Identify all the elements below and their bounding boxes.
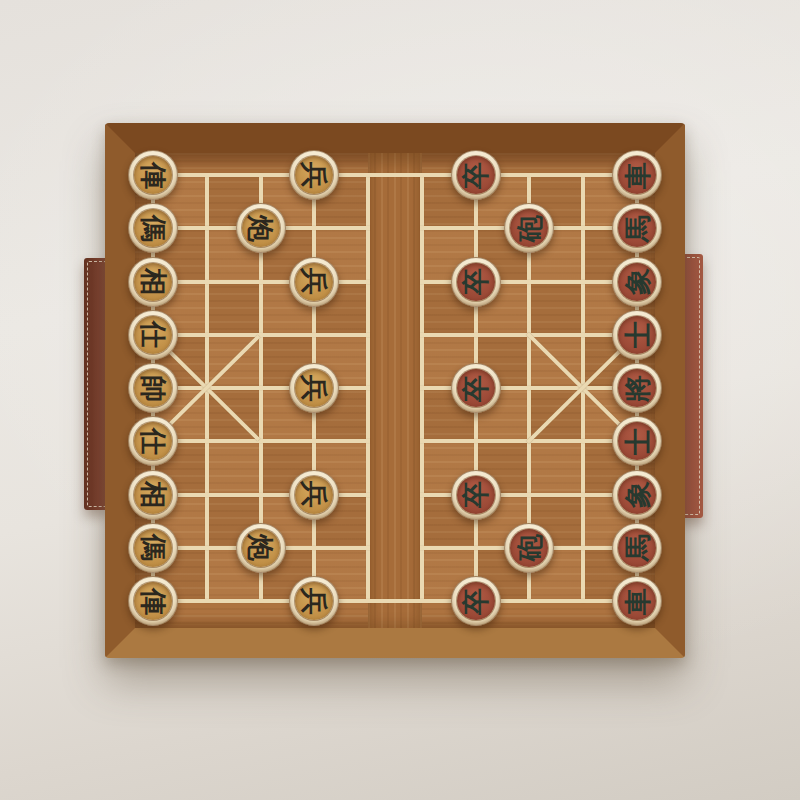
- piece-face: 卒: [457, 263, 495, 301]
- piece-black-soldier[interactable]: 卒: [451, 576, 501, 626]
- piece-red-horse[interactable]: 傌: [128, 523, 178, 573]
- piece-black-elephant[interactable]: 象: [612, 257, 662, 307]
- piece-black-advisor[interactable]: 士: [612, 416, 662, 466]
- piece-face: 象: [618, 263, 656, 301]
- piece-character: 砲: [516, 215, 543, 242]
- piece-black-chariot[interactable]: 車: [612, 576, 662, 626]
- piece-face: 仕: [134, 316, 172, 354]
- piece-black-soldier[interactable]: 卒: [451, 257, 501, 307]
- piece-face: 炮: [242, 529, 280, 567]
- piece-character: 俥: [140, 162, 167, 189]
- piece-character: 傌: [140, 215, 167, 242]
- piece-face: 車: [618, 582, 656, 620]
- piece-character: 卒: [462, 268, 489, 295]
- piece-black-general[interactable]: 將: [612, 363, 662, 413]
- piece-black-horse[interactable]: 馬: [612, 203, 662, 253]
- piece-character: 相: [140, 481, 167, 508]
- grid-line: [151, 333, 370, 337]
- piece-red-elephant[interactable]: 相: [128, 470, 178, 520]
- piece-face: 兵: [295, 369, 333, 407]
- piece-red-soldier[interactable]: 兵: [289, 257, 339, 307]
- piece-character: 仕: [140, 428, 167, 455]
- piece-character: 砲: [516, 534, 543, 561]
- piece-face: 士: [618, 316, 656, 354]
- piece-character: 炮: [247, 534, 274, 561]
- piece-red-cannon[interactable]: 炮: [236, 523, 286, 573]
- piece-red-elephant[interactable]: 相: [128, 257, 178, 307]
- piece-black-elephant[interactable]: 象: [612, 470, 662, 520]
- piece-character: 車: [624, 162, 651, 189]
- piece-face: 俥: [134, 582, 172, 620]
- piece-red-cannon[interactable]: 炮: [236, 203, 286, 253]
- river: [368, 153, 422, 628]
- piece-face: 兵: [295, 476, 333, 514]
- board-field: 俥傌相仕帥仕相傌俥炮炮兵兵兵兵兵車馬象士將士象馬車砲砲卒卒卒卒卒: [135, 153, 655, 628]
- piece-face: 將: [618, 369, 656, 407]
- piece-character: 馬: [624, 215, 651, 242]
- piece-face: 傌: [134, 529, 172, 567]
- piece-character: 車: [624, 588, 651, 615]
- piece-face: 兵: [295, 263, 333, 301]
- piece-red-soldier[interactable]: 兵: [289, 150, 339, 200]
- piece-face: 帥: [134, 369, 172, 407]
- grid-line: [151, 599, 639, 603]
- piece-character: 士: [624, 321, 651, 348]
- piece-face: 卒: [457, 476, 495, 514]
- stitching-left: [87, 261, 106, 507]
- piece-face: 馬: [618, 529, 656, 567]
- piece-character: 俥: [140, 588, 167, 615]
- piece-red-soldier[interactable]: 兵: [289, 363, 339, 413]
- piece-character: 馬: [624, 534, 651, 561]
- piece-character: 卒: [462, 162, 489, 189]
- piece-face: 卒: [457, 156, 495, 194]
- piece-character: 兵: [301, 268, 328, 295]
- piece-character: 仕: [140, 321, 167, 348]
- piece-red-chariot[interactable]: 俥: [128, 576, 178, 626]
- piece-character: 兵: [301, 162, 328, 189]
- piece-face: 炮: [242, 209, 280, 247]
- piece-character: 卒: [462, 375, 489, 402]
- piece-red-soldier[interactable]: 兵: [289, 470, 339, 520]
- piece-face: 相: [134, 476, 172, 514]
- piece-character: 象: [624, 268, 651, 295]
- scene: 俥傌相仕帥仕相傌俥炮炮兵兵兵兵兵車馬象士將士象馬車砲砲卒卒卒卒卒: [0, 0, 800, 800]
- piece-character: 相: [140, 268, 167, 295]
- piece-face: 卒: [457, 582, 495, 620]
- piece-red-advisor[interactable]: 仕: [128, 310, 178, 360]
- piece-face: 馬: [618, 209, 656, 247]
- xiangqi-board: 俥傌相仕帥仕相傌俥炮炮兵兵兵兵兵車馬象士將士象馬車砲砲卒卒卒卒卒: [105, 123, 685, 658]
- piece-face: 卒: [457, 369, 495, 407]
- piece-character: 帥: [140, 375, 167, 402]
- piece-character: 兵: [301, 588, 328, 615]
- piece-red-chariot[interactable]: 俥: [128, 150, 178, 200]
- piece-face: 象: [618, 476, 656, 514]
- piece-black-soldier[interactable]: 卒: [451, 363, 501, 413]
- piece-black-cannon[interactable]: 砲: [504, 523, 554, 573]
- piece-face: 仕: [134, 422, 172, 460]
- piece-character: 傌: [140, 534, 167, 561]
- piece-face: 兵: [295, 156, 333, 194]
- piece-face: 車: [618, 156, 656, 194]
- piece-black-advisor[interactable]: 士: [612, 310, 662, 360]
- piece-black-soldier[interactable]: 卒: [451, 150, 501, 200]
- piece-red-general[interactable]: 帥: [128, 363, 178, 413]
- grid-line: [151, 439, 370, 443]
- piece-red-advisor[interactable]: 仕: [128, 416, 178, 466]
- grid-line: [151, 173, 639, 177]
- piece-black-soldier[interactable]: 卒: [451, 470, 501, 520]
- piece-character: 兵: [301, 481, 328, 508]
- piece-character: 象: [624, 481, 651, 508]
- piece-face: 俥: [134, 156, 172, 194]
- piece-character: 將: [624, 375, 651, 402]
- piece-face: 士: [618, 422, 656, 460]
- piece-character: 士: [624, 428, 651, 455]
- piece-red-soldier[interactable]: 兵: [289, 576, 339, 626]
- piece-face: 砲: [510, 529, 548, 567]
- piece-face: 傌: [134, 209, 172, 247]
- piece-red-horse[interactable]: 傌: [128, 203, 178, 253]
- piece-character: 炮: [247, 215, 274, 242]
- piece-face: 砲: [510, 209, 548, 247]
- piece-character: 卒: [462, 481, 489, 508]
- piece-character: 卒: [462, 588, 489, 615]
- piece-face: 兵: [295, 582, 333, 620]
- piece-face: 相: [134, 263, 172, 301]
- piece-character: 兵: [301, 375, 328, 402]
- piece-black-horse[interactable]: 馬: [612, 523, 662, 573]
- piece-black-chariot[interactable]: 車: [612, 150, 662, 200]
